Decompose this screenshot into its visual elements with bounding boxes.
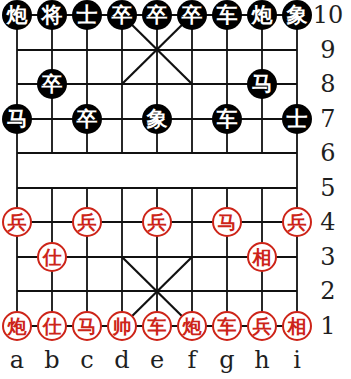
piece-black-pawn[interactable]: 卒 [107, 0, 137, 30]
xiangqi-board: 炮将士卒卒卒车炮象卒马马卒象车士兵兵兵马兵仕相炮仕马帅车炮车兵相 1098765… [0, 0, 351, 379]
piece-red-chariot[interactable]: 车 [142, 311, 172, 341]
file-lines [17, 15, 297, 326]
rank-label-4: 4 [308, 209, 348, 235]
file-label-e: e [142, 347, 172, 373]
piece-red-king[interactable]: 帅 [107, 311, 137, 341]
file-label-i: i [282, 347, 312, 373]
rank-label-8: 8 [308, 71, 348, 97]
rank-label-7: 7 [308, 106, 348, 132]
piece-black-chariot[interactable]: 车 [212, 0, 242, 30]
piece-red-pawn[interactable]: 兵 [142, 207, 172, 237]
piece-red-cannon[interactable]: 炮 [177, 311, 207, 341]
rank-label-3: 3 [308, 244, 348, 270]
piece-black-chariot[interactable]: 车 [212, 104, 242, 134]
piece-red-horse[interactable]: 马 [212, 207, 242, 237]
file-label-f: f [177, 347, 207, 373]
piece-black-elephant[interactable]: 象 [282, 0, 312, 30]
rank-label-10: 10 [308, 2, 348, 28]
piece-red-pawn[interactable]: 兵 [2, 207, 32, 237]
piece-black-horse[interactable]: 马 [247, 69, 277, 99]
file-label-g: g [212, 347, 242, 373]
piece-black-pawn[interactable]: 卒 [72, 104, 102, 134]
piece-black-cannon[interactable]: 炮 [247, 0, 277, 30]
file-label-b: b [37, 347, 67, 373]
file-label-h: h [247, 347, 277, 373]
piece-red-elephant[interactable]: 相 [247, 242, 277, 272]
piece-black-horse[interactable]: 马 [2, 104, 32, 134]
piece-red-advisor[interactable]: 仕 [37, 242, 67, 272]
piece-black-pawn[interactable]: 卒 [142, 0, 172, 30]
rank-label-1: 1 [308, 313, 348, 339]
piece-black-cannon[interactable]: 炮 [2, 0, 32, 30]
rank-label-6: 6 [308, 140, 348, 166]
piece-red-pawn[interactable]: 兵 [72, 207, 102, 237]
rank-label-5: 5 [308, 175, 348, 201]
piece-red-elephant[interactable]: 相 [282, 311, 312, 341]
piece-red-pawn[interactable]: 兵 [282, 207, 312, 237]
piece-red-pawn[interactable]: 兵 [247, 311, 277, 341]
piece-red-chariot[interactable]: 车 [212, 311, 242, 341]
piece-black-king[interactable]: 将 [37, 0, 67, 30]
file-label-c: c [72, 347, 102, 373]
file-label-a: a [2, 347, 32, 373]
rank-label-9: 9 [308, 37, 348, 63]
piece-black-advisor[interactable]: 士 [72, 0, 102, 30]
file-label-d: d [107, 347, 137, 373]
piece-black-pawn[interactable]: 卒 [177, 0, 207, 30]
piece-black-advisor[interactable]: 士 [282, 104, 312, 134]
piece-red-horse[interactable]: 马 [72, 311, 102, 341]
piece-black-elephant[interactable]: 象 [142, 104, 172, 134]
piece-black-pawn[interactable]: 卒 [37, 69, 67, 99]
rank-label-2: 2 [308, 278, 348, 304]
piece-red-advisor[interactable]: 仕 [37, 311, 67, 341]
piece-red-cannon[interactable]: 炮 [2, 311, 32, 341]
